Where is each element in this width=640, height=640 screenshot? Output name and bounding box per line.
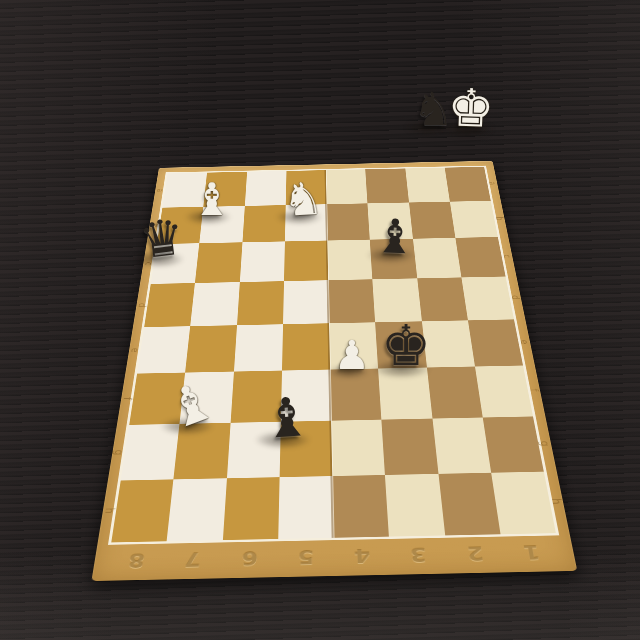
- square-d4[interactable]: [282, 323, 330, 371]
- square-d5[interactable]: [283, 280, 329, 324]
- square-e7[interactable]: [327, 203, 370, 240]
- square-c8[interactable]: [245, 171, 287, 206]
- square-c5[interactable]: [237, 281, 284, 325]
- bottom-label-8: 8: [107, 548, 166, 571]
- side-label-a: a: [462, 180, 522, 187]
- square-g6[interactable]: [413, 238, 462, 278]
- side-label-h: h: [69, 505, 150, 517]
- side-label-f: f: [90, 394, 163, 404]
- square-g2[interactable]: [432, 417, 491, 474]
- side-label-h: h: [516, 496, 597, 508]
- side-label-e: e: [100, 345, 170, 354]
- square-g3[interactable]: [427, 367, 483, 419]
- white-pawn-e3[interactable]: ♟: [334, 335, 370, 375]
- bottom-label-3: 3: [390, 542, 448, 565]
- side-label-e: e: [489, 337, 560, 346]
- side-label-d: d: [108, 301, 175, 310]
- black-bishop-f5[interactable]: ♝: [373, 212, 417, 260]
- square-c1[interactable]: [222, 477, 279, 540]
- square-d1[interactable]: [278, 476, 334, 539]
- white-king-h8[interactable]: ♚: [447, 81, 495, 135]
- black-queen-a6[interactable]: ♛: [137, 211, 188, 266]
- square-b1[interactable]: [167, 479, 227, 542]
- square-c6[interactable]: [239, 242, 284, 282]
- side-label-g: g: [506, 438, 583, 449]
- bottom-label-1: 1: [501, 540, 561, 563]
- bottom-label-6: 6: [220, 546, 277, 569]
- black-king-f3[interactable]: ♚: [381, 318, 431, 374]
- side-label-b: b: [468, 215, 530, 222]
- square-e6[interactable]: [327, 240, 372, 280]
- black-bishop-d3[interactable]: ♝: [261, 390, 313, 447]
- square-f2[interactable]: [382, 418, 438, 475]
- bottom-label-2: 2: [445, 541, 504, 564]
- side-label-d: d: [482, 293, 550, 302]
- square-g1[interactable]: [438, 473, 500, 535]
- chess-board: abcdefgh abcdefgh 87654321: [81, 59, 578, 581]
- square-d6[interactable]: [284, 241, 328, 281]
- side-label-c: c: [475, 252, 540, 260]
- square-c7[interactable]: [242, 205, 285, 242]
- square-f8[interactable]: [365, 168, 408, 203]
- white-knight-d6[interactable]: ♞: [282, 176, 325, 223]
- square-g8[interactable]: [405, 168, 450, 203]
- square-e5[interactable]: [328, 279, 375, 323]
- square-b4[interactable]: [185, 325, 236, 373]
- square-b5[interactable]: [190, 282, 239, 326]
- white-bishop-b6[interactable]: ♝: [192, 177, 232, 222]
- side-label-f: f: [497, 385, 571, 395]
- side-label-g: g: [80, 447, 157, 458]
- bottom-label-7: 7: [164, 547, 222, 570]
- bottom-label-5: 5: [277, 545, 334, 568]
- square-e1[interactable]: [332, 475, 389, 538]
- square-e8[interactable]: [326, 169, 368, 204]
- square-f1[interactable]: [385, 474, 445, 537]
- square-c4[interactable]: [234, 324, 283, 372]
- square-e2[interactable]: [331, 419, 385, 476]
- bottom-label-4: 4: [334, 544, 391, 567]
- square-b6[interactable]: [195, 242, 242, 283]
